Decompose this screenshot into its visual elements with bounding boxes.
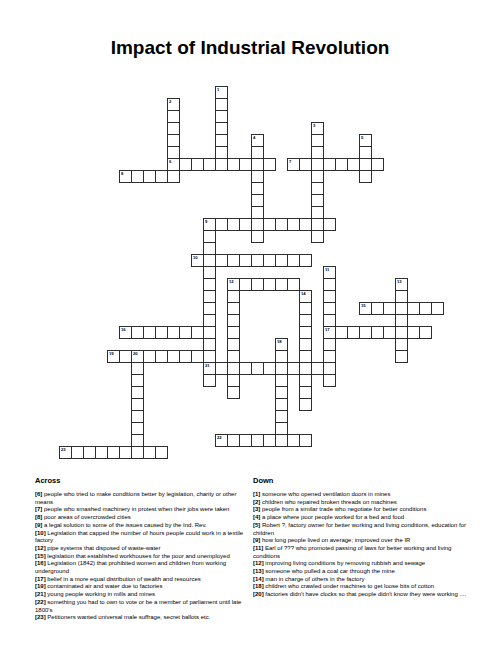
cell-number-20: 20 [133,351,137,355]
clue-number: [15] [35,553,46,559]
clue-down-12: [12] improving living conditions by remo… [253,560,472,568]
clue-down-14: [14] man in charge of others in the fact… [253,576,472,584]
clue-down-20: [20] factories didn't have clocks so tha… [253,591,472,599]
clue-across-6: [6] people who tried to make conditions … [35,491,249,506]
clue-down-18: [18] children who crawled under machines… [253,583,472,591]
grid-cell-c14-r25[interactable] [227,386,240,399]
cell-number-1: 1 [217,87,219,91]
clue-number: [23] [35,614,46,620]
cell-number-15: 15 [361,303,365,307]
clue-across-12: [12] pipe systems that disposed of waste… [35,545,249,553]
clue-across-23: [23] Petitioners wanted universal male s… [35,614,249,622]
clue-across-7: [7] people who smashed machinery in prot… [35,506,249,514]
clue-down-5: [5] Robert ?, factory owner for better w… [253,522,472,537]
grid-cell-c30-r20[interactable] [419,326,432,339]
down-clue-list: [1] someone who opened ventilation doors… [253,491,472,599]
cell-number-3: 3 [313,123,315,127]
cell-number-8: 8 [121,171,123,175]
cell-number-17: 17 [325,327,329,331]
clue-number: [8] [35,514,42,520]
cell-number-5: 5 [361,135,363,139]
cell-number-21: 21 [205,363,209,367]
cell-number-2: 2 [169,99,171,103]
clue-number: [3] [253,506,260,512]
clue-number: [12] [253,560,264,566]
clue-number: [6] [35,491,42,497]
clue-across-17: [17] belief in a more equal distribution… [35,576,249,584]
clue-number: [20] [253,591,264,597]
cell-number-14: 14 [301,291,305,295]
grid-cell-c22-r11[interactable] [323,218,336,231]
cell-number-11: 11 [325,267,329,271]
grid-cell-c28-r22[interactable] [395,350,408,363]
grid-cell-c26-r6[interactable] [371,158,384,171]
clue-number: [9] [253,537,260,543]
crossword-grid: 1234567891011121314151617181920212223 [59,86,443,458]
down-clues-section: Down [1] someone who opened ventilation … [253,477,472,599]
cell-number-4: 4 [253,135,255,139]
clue-across-19: [19] contaminated air and water due to f… [35,583,249,591]
clue-down-2: [2] children who repaired broken threads… [253,499,472,507]
grid-cell-c16-r12[interactable] [251,230,264,243]
grid-cell-c31-r18[interactable] [431,302,444,315]
across-clues-section: Across [6] people who tried to make cond… [35,477,249,622]
cell-number-10: 10 [193,255,197,259]
page-title: Impact of Industrial Revolution [0,36,500,59]
grid-cell-c21-r12[interactable] [311,230,324,243]
clue-across-9: [9] a legal solution to some of the issu… [35,522,249,530]
clue-across-10: [10] Legislation that capped the number … [35,530,249,545]
across-header: Across [35,477,249,485]
across-clue-list: [6] people who tried to make conditions … [35,491,249,622]
clue-down-13: [13] someone who pulled a coal car throu… [253,568,472,576]
cell-number-6: 6 [169,159,171,163]
clue-down-11: [11] Earl of ??? who promoted passing of… [253,545,472,560]
clue-number: [11] [253,545,263,551]
clue-number: [18] [253,583,264,589]
cell-number-9: 9 [205,219,207,223]
clue-number: [12] [35,545,46,551]
cell-number-19: 19 [109,351,113,355]
grid-cell-c9-r7[interactable] [167,170,180,183]
clue-number: [2] [253,499,260,505]
grid-cell-c20-r26[interactable] [299,398,312,411]
grid-cell-c25-r7[interactable] [359,170,372,183]
clue-number: [21] [35,591,46,597]
clue-down-1: [1] someone who opened ventilation doors… [253,491,472,499]
clue-across-22: [22] something you had to own to vote or… [35,599,249,614]
clue-number: [22] [35,599,46,605]
clue-number: [16] [35,560,46,566]
clue-across-15: [15] legislation that established workho… [35,553,249,561]
clue-number: [19] [35,583,46,589]
cell-number-16: 16 [121,327,125,331]
clue-number: [9] [35,522,42,528]
grid-cell-c12-r24[interactable] [203,374,216,387]
clue-across-16: [16] Legislation (1842) that prohibited … [35,560,249,575]
clue-number: [4] [253,514,260,520]
down-header: Down [253,477,472,485]
clue-number: [13] [253,568,264,574]
grid-cell-c17-r6[interactable] [263,158,276,171]
clue-down-9: [9] how long people lived on average; im… [253,537,472,545]
clue-across-8: [8] poor areas of overcrowded cities [35,514,249,522]
cell-number-13: 13 [397,279,401,283]
cell-number-18: 18 [277,339,281,343]
clue-down-3: [3] people from a similar trade who nego… [253,506,472,514]
clue-number: [1] [253,491,260,497]
grid-cell-c8-r30[interactable] [155,446,168,459]
grid-cell-c20-r14[interactable] [299,254,312,267]
clue-number: [17] [35,576,46,582]
cell-number-22: 22 [217,435,221,439]
clue-number: [14] [253,576,264,582]
cell-number-7: 7 [289,159,291,163]
clue-down-4: [4] a place where poor people worked for… [253,514,472,522]
grid-cell-c20-r29[interactable] [299,434,312,447]
grid-cell-c22-r24[interactable] [323,374,336,387]
clue-number: [10] [35,530,46,536]
cell-number-12: 12 [229,279,233,283]
clue-number: [7] [35,506,42,512]
cell-number-23: 23 [61,447,65,451]
clue-number: [5] [253,522,260,528]
clue-across-21: [21] young people working in mills and m… [35,591,249,599]
